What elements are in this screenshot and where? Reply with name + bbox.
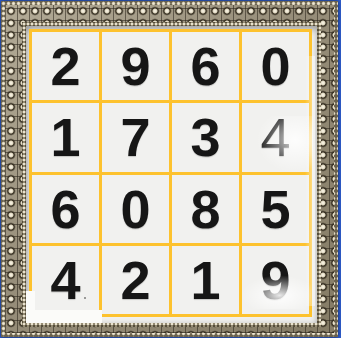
digit: 1 <box>50 110 80 164</box>
digit: 5 <box>260 182 290 236</box>
cell-r1c2[interactable]: 9 <box>102 32 169 100</box>
cell-r1c4[interactable]: 0 <box>242 32 309 100</box>
digit: 0 <box>120 182 150 236</box>
digit: 4 <box>50 253 80 307</box>
digit: 7 <box>120 110 150 164</box>
picture-frame-outer-bead: 2960173460854219 <box>1 1 338 337</box>
cell-r2c1[interactable]: 1 <box>32 103 99 171</box>
cell-r4c4[interactable]: 9 <box>242 246 309 314</box>
cell-r2c2[interactable]: 7 <box>102 103 169 171</box>
digit: 0 <box>260 39 290 93</box>
board-paper: 2960173460854219 <box>26 26 317 323</box>
cell-r3c4[interactable]: 5 <box>242 175 309 243</box>
digit: 6 <box>50 182 80 236</box>
cell-r1c3[interactable]: 6 <box>172 32 239 100</box>
cell-r3c2[interactable]: 0 <box>102 175 169 243</box>
digit: 8 <box>190 182 220 236</box>
digit: 9 <box>120 39 150 93</box>
missing-border-patch-left <box>26 291 35 313</box>
picture-frame-inner-bead: 2960173460854219 <box>22 22 321 327</box>
missing-border-patch-bottom <box>26 310 102 323</box>
digit: 9 <box>260 253 290 307</box>
digit: 2 <box>50 39 80 93</box>
picture-frame-band: 2960173460854219 <box>5 5 334 333</box>
number-grid: 2960173460854219 <box>29 29 312 317</box>
cell-r4c1[interactable]: 4 <box>32 246 99 314</box>
digit: 6 <box>190 39 220 93</box>
cell-r2c3[interactable]: 3 <box>172 103 239 171</box>
cell-r2c4[interactable]: 4 <box>242 103 309 171</box>
cell-r1c1[interactable]: 2 <box>32 32 99 100</box>
digit: 1 <box>190 253 220 307</box>
digit: 4 <box>260 110 290 164</box>
digit: 2 <box>120 253 150 307</box>
cell-r4c2[interactable]: 2 <box>102 246 169 314</box>
dust-speck <box>84 297 86 299</box>
digit: 3 <box>190 110 220 164</box>
cell-r3c1[interactable]: 6 <box>32 175 99 243</box>
cell-r4c3[interactable]: 1 <box>172 246 239 314</box>
cell-r3c3[interactable]: 8 <box>172 175 239 243</box>
